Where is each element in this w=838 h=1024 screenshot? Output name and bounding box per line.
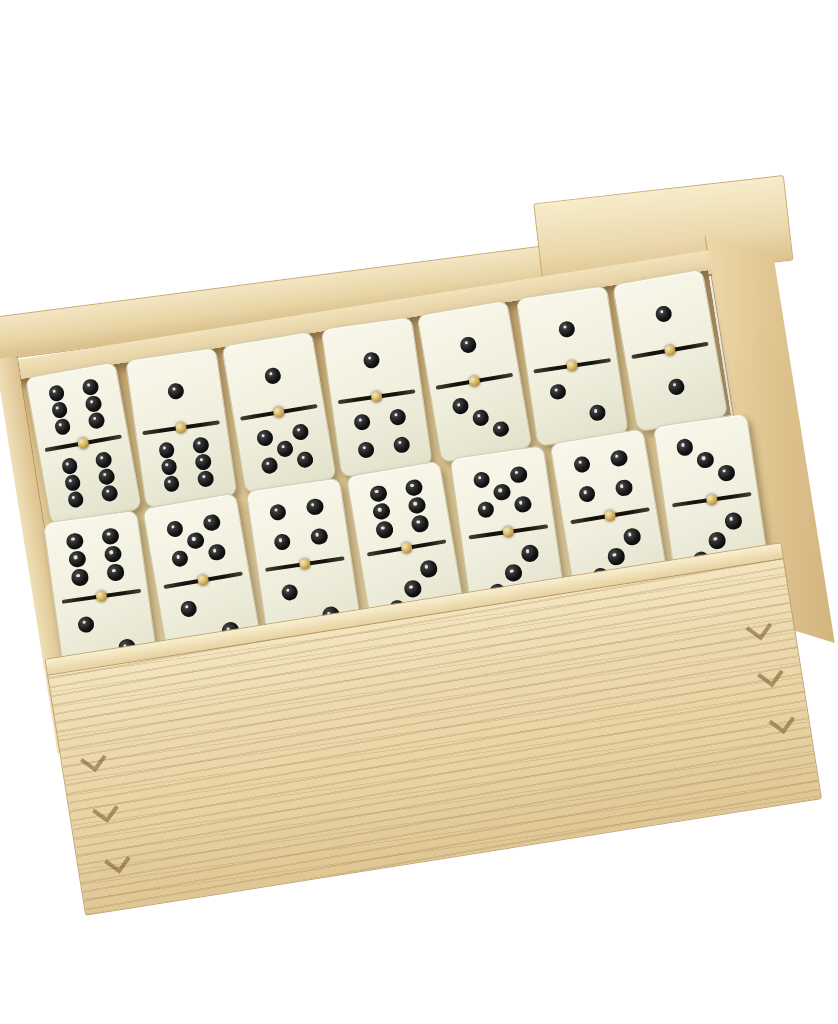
pip [610,449,629,468]
pip [66,490,84,508]
pip [558,320,576,338]
pip [101,527,119,545]
pip [615,479,634,498]
pip [306,498,325,517]
pip [82,378,100,396]
pip [492,420,510,438]
pip [276,440,294,458]
pip [353,413,371,431]
domino-tile-1-5[interactable] [221,331,336,494]
wooden-box [0,199,838,911]
tile-half-value-4 [557,437,649,515]
pip [451,397,469,415]
tile-half-value-5 [457,454,547,530]
pip [472,471,491,490]
pip [476,501,495,520]
pip [362,351,380,369]
tile-half-value-4 [338,398,425,469]
pip [106,563,124,581]
pip [408,496,427,515]
pip [256,429,274,447]
pip [696,451,715,470]
tile-half-value-6 [354,469,446,547]
pip [717,464,736,483]
pip [47,384,65,402]
domino-tile-1-4[interactable] [321,316,433,477]
pip [296,450,314,468]
pip [98,467,116,485]
pip [268,503,287,522]
tile-half-value-1 [424,308,512,381]
pip [68,550,86,568]
tile-half-value-6 [143,429,230,500]
pip [393,436,411,454]
finger-joint-mark [769,708,796,735]
pip [675,438,694,457]
pip [179,599,198,618]
pip [264,367,282,385]
tile-half-value-1 [132,355,219,426]
pip [404,579,423,598]
pip [514,495,533,514]
pip [654,305,672,323]
pip [273,533,292,552]
pip [504,564,523,583]
pip [724,512,743,531]
pip [369,484,388,503]
pip [549,383,567,401]
pip [375,520,394,539]
pip [163,475,181,493]
pip [459,336,477,354]
pip [521,544,540,563]
tile-half-value-1 [619,277,707,350]
pip [202,513,221,532]
pip [667,378,685,396]
pip [160,458,178,476]
pip [280,583,299,602]
pip [197,470,215,488]
pip [573,455,592,474]
pip [291,423,309,441]
pip [471,409,489,427]
pip [63,474,81,492]
pip [104,545,122,563]
pip [158,441,176,459]
pip [357,441,375,459]
tile-half-value-3 [436,381,524,454]
pip [708,531,727,550]
tile-half-value-1 [229,339,317,412]
pip [310,527,329,546]
finger-joint-mark [757,661,784,688]
pip [419,559,438,578]
tile-half-value-2 [534,367,621,439]
pip [509,465,528,484]
pip [411,514,430,533]
tile-half-value-6 [32,370,121,444]
pip [372,502,391,521]
pip [405,478,424,497]
pip [493,483,512,502]
pip [66,532,84,550]
product-photo-dominoes-box [0,0,838,1024]
tile-half-value-1 [632,350,720,423]
pip [389,408,407,426]
tile-half-value-4 [253,486,344,563]
pip [623,527,642,546]
pip [186,531,205,550]
pip [192,436,210,454]
tile-half-value-3 [660,422,750,499]
pip [260,456,278,474]
pip [577,485,596,504]
pip [88,411,106,429]
pip [85,395,103,413]
domino-tile-1-2[interactable] [516,285,629,447]
pip [589,404,607,422]
pip [101,484,119,502]
domino-tile-1-3[interactable] [416,300,532,463]
pip [167,382,185,400]
pip [77,615,95,633]
pip [208,543,227,562]
finger-joint-mark [746,614,773,641]
pip [195,453,213,471]
tile-half-value-5 [241,412,329,485]
tile-half-value-6 [50,519,140,595]
tile-half-value-1 [328,325,415,396]
tile-half-value-6 [45,443,134,517]
pip [607,547,626,566]
tile-half-value-1 [523,293,610,365]
tile-half-value-5 [150,502,242,581]
pip [95,451,113,469]
pip [71,568,89,586]
finger-joint-mark [80,746,107,773]
pip [170,549,189,568]
pip [60,457,78,475]
domino-tile-1-6[interactable] [125,347,237,509]
finger-joint-mark [104,847,131,874]
finger-joint-mark [92,797,119,824]
pip [50,401,68,419]
pip [165,520,184,539]
pip [53,417,71,435]
